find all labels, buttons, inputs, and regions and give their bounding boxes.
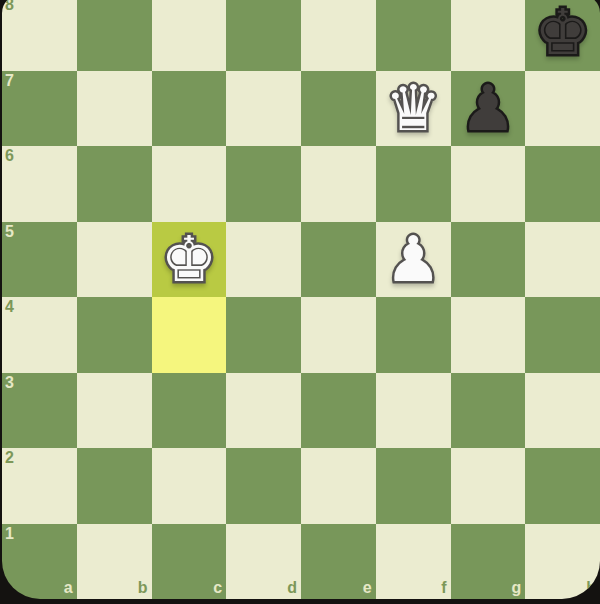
- square-d5[interactable]: [226, 222, 301, 298]
- square-d1[interactable]: d: [226, 524, 301, 600]
- page-background: 87654321abcdefgh: [0, 0, 600, 604]
- white-pawn-f5[interactable]: [376, 222, 451, 298]
- square-e3[interactable]: [301, 373, 376, 449]
- black-pawn-g7[interactable]: [451, 71, 526, 147]
- square-c6[interactable]: [152, 146, 227, 222]
- square-f2[interactable]: [376, 448, 451, 524]
- square-g4[interactable]: [451, 297, 526, 373]
- white-queen-f7[interactable]: [376, 71, 451, 147]
- file-label-g: g: [511, 580, 521, 596]
- square-f8[interactable]: [376, 0, 451, 71]
- square-h2[interactable]: [525, 448, 600, 524]
- square-e6[interactable]: [301, 146, 376, 222]
- square-h4[interactable]: [525, 297, 600, 373]
- square-c8[interactable]: [152, 0, 227, 71]
- square-a2[interactable]: 2: [2, 448, 77, 524]
- rank-label-7: 7: [5, 73, 14, 89]
- square-h6[interactable]: [525, 146, 600, 222]
- square-a8[interactable]: 8: [2, 0, 77, 71]
- file-label-e: e: [363, 580, 372, 596]
- square-e2[interactable]: [301, 448, 376, 524]
- rank-label-1: 1: [5, 526, 14, 542]
- square-a6[interactable]: 6: [2, 146, 77, 222]
- rank-label-8: 8: [5, 0, 14, 13]
- square-b4[interactable]: [77, 297, 152, 373]
- square-g6[interactable]: [451, 146, 526, 222]
- black-king-h8[interactable]: [525, 0, 600, 71]
- square-h5[interactable]: [525, 222, 600, 298]
- square-f6[interactable]: [376, 146, 451, 222]
- file-label-d: d: [287, 580, 297, 596]
- file-label-f: f: [441, 580, 446, 596]
- square-c2[interactable]: [152, 448, 227, 524]
- square-d4[interactable]: [226, 297, 301, 373]
- square-b6[interactable]: [77, 146, 152, 222]
- file-label-h: h: [586, 580, 596, 596]
- rank-label-3: 3: [5, 375, 14, 391]
- rank-label-6: 6: [5, 148, 14, 164]
- square-e1[interactable]: e: [301, 524, 376, 600]
- square-b7[interactable]: [77, 71, 152, 147]
- square-a4[interactable]: 4: [2, 297, 77, 373]
- square-d8[interactable]: [226, 0, 301, 71]
- square-g8[interactable]: [451, 0, 526, 71]
- square-c4[interactable]: [152, 297, 227, 373]
- file-label-a: a: [64, 580, 73, 596]
- white-king-c5[interactable]: [152, 222, 227, 298]
- square-c1[interactable]: c: [152, 524, 227, 600]
- square-b3[interactable]: [77, 373, 152, 449]
- square-g1[interactable]: g: [451, 524, 526, 600]
- square-f3[interactable]: [376, 373, 451, 449]
- square-a7[interactable]: 7: [2, 71, 77, 147]
- chess-board: 87654321abcdefgh: [2, 0, 600, 599]
- rank-label-5: 5: [5, 224, 14, 240]
- square-h1[interactable]: h: [525, 524, 600, 600]
- square-f1[interactable]: f: [376, 524, 451, 600]
- square-e7[interactable]: [301, 71, 376, 147]
- square-d2[interactable]: [226, 448, 301, 524]
- square-g2[interactable]: [451, 448, 526, 524]
- rank-label-2: 2: [5, 450, 14, 466]
- square-g3[interactable]: [451, 373, 526, 449]
- square-b2[interactable]: [77, 448, 152, 524]
- square-a3[interactable]: 3: [2, 373, 77, 449]
- square-h7[interactable]: [525, 71, 600, 147]
- square-b1[interactable]: b: [77, 524, 152, 600]
- square-a1[interactable]: 1a: [2, 524, 77, 600]
- square-d3[interactable]: [226, 373, 301, 449]
- rank-label-4: 4: [5, 299, 14, 315]
- square-c7[interactable]: [152, 71, 227, 147]
- square-f4[interactable]: [376, 297, 451, 373]
- square-e8[interactable]: [301, 0, 376, 71]
- square-d6[interactable]: [226, 146, 301, 222]
- square-d7[interactable]: [226, 71, 301, 147]
- square-c3[interactable]: [152, 373, 227, 449]
- square-e4[interactable]: [301, 297, 376, 373]
- square-b5[interactable]: [77, 222, 152, 298]
- square-g5[interactable]: [451, 222, 526, 298]
- square-b8[interactable]: [77, 0, 152, 71]
- file-label-b: b: [138, 580, 148, 596]
- square-e5[interactable]: [301, 222, 376, 298]
- square-h3[interactable]: [525, 373, 600, 449]
- file-label-c: c: [213, 580, 222, 596]
- square-a5[interactable]: 5: [2, 222, 77, 298]
